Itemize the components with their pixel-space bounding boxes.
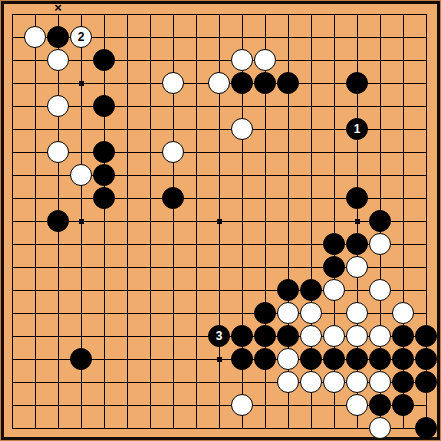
board-cell[interactable] [392, 164, 415, 187]
board-cell[interactable] [346, 279, 369, 302]
board-cell[interactable] [185, 95, 208, 118]
board-cell[interactable] [369, 371, 392, 394]
board-cell[interactable] [93, 95, 116, 118]
board-cell[interactable] [70, 141, 93, 164]
board-cell[interactable] [323, 325, 346, 348]
board-cell[interactable] [47, 302, 70, 325]
board-cell[interactable] [369, 348, 392, 371]
board-cell[interactable] [185, 164, 208, 187]
board-cell[interactable] [323, 394, 346, 417]
board-cell[interactable] [185, 256, 208, 279]
board-cell[interactable] [277, 371, 300, 394]
board-cell[interactable] [93, 348, 116, 371]
board-cell[interactable] [300, 141, 323, 164]
board-cell[interactable] [24, 187, 47, 210]
board-cell[interactable] [346, 26, 369, 49]
board-cell[interactable] [24, 95, 47, 118]
board-cell[interactable] [277, 95, 300, 118]
board-cell[interactable] [24, 325, 47, 348]
board-cell[interactable] [93, 49, 116, 72]
board-cell[interactable] [93, 394, 116, 417]
board-cell[interactable] [93, 417, 116, 440]
board-cell[interactable] [1, 279, 24, 302]
board-cell[interactable] [208, 72, 231, 95]
board-cell[interactable] [277, 164, 300, 187]
board-cell[interactable] [392, 256, 415, 279]
board-cell[interactable] [208, 256, 231, 279]
board-cell[interactable] [93, 187, 116, 210]
board-cell[interactable] [300, 371, 323, 394]
board-cell[interactable] [47, 95, 70, 118]
board-cell[interactable] [254, 256, 277, 279]
board-cell[interactable] [116, 302, 139, 325]
board-cell[interactable] [162, 371, 185, 394]
board-cell[interactable] [116, 279, 139, 302]
board-cell[interactable] [300, 302, 323, 325]
board-cell[interactable] [1, 3, 24, 26]
board-cell[interactable] [139, 302, 162, 325]
board-cell[interactable] [346, 210, 369, 233]
board-cell[interactable] [162, 417, 185, 440]
board-cell[interactable] [277, 348, 300, 371]
board-cell[interactable] [392, 141, 415, 164]
board-cell[interactable] [93, 325, 116, 348]
board-cell[interactable] [162, 49, 185, 72]
board-cell[interactable] [208, 371, 231, 394]
board-cell[interactable] [208, 187, 231, 210]
board-cell[interactable] [254, 95, 277, 118]
board-cell[interactable] [369, 118, 392, 141]
board-cell[interactable] [47, 371, 70, 394]
board-cell[interactable] [392, 279, 415, 302]
board-cell[interactable] [116, 187, 139, 210]
board-cell[interactable]: 2 [70, 26, 93, 49]
board-cell[interactable] [70, 302, 93, 325]
board-cell[interactable] [116, 72, 139, 95]
board-cell[interactable] [93, 233, 116, 256]
board-cell[interactable] [323, 348, 346, 371]
board-cell[interactable] [139, 348, 162, 371]
board-cell[interactable] [116, 394, 139, 417]
board-cell[interactable] [70, 256, 93, 279]
board-cell[interactable] [208, 141, 231, 164]
board-cell[interactable] [415, 141, 438, 164]
board-cell[interactable] [369, 394, 392, 417]
board-cell[interactable] [1, 72, 24, 95]
board-cell[interactable] [415, 118, 438, 141]
board-cell[interactable] [254, 371, 277, 394]
board-cell[interactable] [323, 141, 346, 164]
board-cell[interactable] [392, 233, 415, 256]
board-cell[interactable] [415, 49, 438, 72]
board-cell[interactable] [277, 187, 300, 210]
board-cell[interactable] [93, 72, 116, 95]
board-cell[interactable] [1, 141, 24, 164]
board-cell[interactable] [1, 118, 24, 141]
board-cell[interactable] [300, 118, 323, 141]
board-cell[interactable] [47, 233, 70, 256]
board-cell[interactable] [231, 279, 254, 302]
board-cell[interactable] [70, 371, 93, 394]
board-cell[interactable] [392, 417, 415, 440]
board-cell[interactable] [139, 49, 162, 72]
board-cell[interactable] [392, 49, 415, 72]
board-cell[interactable] [392, 187, 415, 210]
board-cell[interactable] [70, 233, 93, 256]
board-cell[interactable] [369, 3, 392, 26]
board-cell[interactable] [116, 417, 139, 440]
board-cell[interactable] [162, 141, 185, 164]
board-cell[interactable] [254, 325, 277, 348]
board-cell[interactable] [277, 118, 300, 141]
board-cell[interactable] [254, 3, 277, 26]
board-cell[interactable] [300, 49, 323, 72]
board-cell[interactable] [323, 95, 346, 118]
board-cell[interactable] [24, 164, 47, 187]
board-cell[interactable] [185, 394, 208, 417]
board-cell[interactable] [415, 325, 438, 348]
board-cell[interactable] [70, 118, 93, 141]
board-cell[interactable] [70, 279, 93, 302]
board-cell[interactable] [24, 3, 47, 26]
board-cell[interactable] [185, 325, 208, 348]
board-cell[interactable] [231, 302, 254, 325]
board-cell[interactable] [369, 325, 392, 348]
board-cell[interactable] [24, 279, 47, 302]
board-cell[interactable] [93, 141, 116, 164]
board-cell[interactable] [231, 256, 254, 279]
board-cell[interactable] [139, 95, 162, 118]
board-cell[interactable] [139, 417, 162, 440]
board-cell[interactable] [139, 325, 162, 348]
board-cell[interactable] [93, 302, 116, 325]
board-cell[interactable] [139, 279, 162, 302]
board-cell[interactable] [254, 302, 277, 325]
board-cell[interactable] [93, 3, 116, 26]
board-cell[interactable] [116, 233, 139, 256]
board-cell[interactable] [116, 49, 139, 72]
board-cell[interactable] [300, 256, 323, 279]
board-cell[interactable] [185, 141, 208, 164]
board-cell[interactable] [277, 233, 300, 256]
board-cell[interactable] [300, 279, 323, 302]
board-cell[interactable] [231, 210, 254, 233]
board-cell[interactable] [346, 141, 369, 164]
board-cell[interactable] [415, 95, 438, 118]
board-cell[interactable] [346, 302, 369, 325]
board-cell[interactable] [24, 417, 47, 440]
board-cell[interactable] [254, 118, 277, 141]
board-cell[interactable] [277, 210, 300, 233]
board-cell[interactable] [70, 72, 93, 95]
board-cell[interactable] [47, 256, 70, 279]
board-cell[interactable] [254, 348, 277, 371]
board-cell[interactable] [208, 49, 231, 72]
board-cell[interactable] [208, 95, 231, 118]
board-cell[interactable] [300, 164, 323, 187]
board-cell[interactable] [323, 187, 346, 210]
board-cell[interactable] [1, 371, 24, 394]
board-cell[interactable] [208, 118, 231, 141]
board-cell[interactable] [162, 95, 185, 118]
board-cell[interactable] [323, 3, 346, 26]
board-cell[interactable] [139, 210, 162, 233]
board-cell[interactable] [415, 210, 438, 233]
board-cell[interactable] [346, 371, 369, 394]
board-cell[interactable] [116, 256, 139, 279]
board-cell[interactable] [162, 118, 185, 141]
board-cell[interactable] [300, 72, 323, 95]
board-cell[interactable] [185, 233, 208, 256]
board-cell[interactable] [185, 302, 208, 325]
board-cell[interactable] [208, 302, 231, 325]
board-cell[interactable] [162, 3, 185, 26]
board-cell[interactable] [277, 302, 300, 325]
board-cell[interactable] [70, 417, 93, 440]
board-cell[interactable] [323, 417, 346, 440]
board-cell[interactable] [162, 325, 185, 348]
board-cell[interactable] [323, 302, 346, 325]
board-cell[interactable] [231, 3, 254, 26]
board-cell[interactable] [70, 49, 93, 72]
board-cell[interactable] [300, 394, 323, 417]
board-cell[interactable] [1, 394, 24, 417]
board-cell[interactable] [415, 394, 438, 417]
board-cell[interactable] [47, 210, 70, 233]
board-cell[interactable] [323, 164, 346, 187]
board-cell[interactable] [392, 210, 415, 233]
board-cell[interactable] [1, 164, 24, 187]
board-cell[interactable] [162, 26, 185, 49]
board-cell[interactable] [24, 233, 47, 256]
board-cell[interactable] [277, 72, 300, 95]
board-cell[interactable] [369, 302, 392, 325]
board-cell[interactable] [369, 72, 392, 95]
board-cell[interactable] [47, 417, 70, 440]
board-cell[interactable] [47, 3, 70, 26]
board-cell[interactable] [254, 187, 277, 210]
board-cell[interactable] [185, 279, 208, 302]
board-cell[interactable] [231, 233, 254, 256]
board-cell[interactable] [208, 348, 231, 371]
board-cell[interactable] [369, 210, 392, 233]
board-cell[interactable] [93, 256, 116, 279]
board-cell[interactable] [415, 279, 438, 302]
board-cell[interactable] [277, 26, 300, 49]
board-cell[interactable] [139, 72, 162, 95]
board-cell[interactable] [208, 3, 231, 26]
board-cell[interactable] [323, 72, 346, 95]
board-cell[interactable] [254, 26, 277, 49]
board-cell[interactable] [415, 371, 438, 394]
board-cell[interactable] [47, 164, 70, 187]
board-cell[interactable] [139, 256, 162, 279]
board-cell[interactable] [231, 348, 254, 371]
board-cell[interactable] [231, 325, 254, 348]
board-cell[interactable] [70, 210, 93, 233]
board-cell[interactable] [1, 49, 24, 72]
board-cell[interactable] [346, 325, 369, 348]
board-cell[interactable] [47, 72, 70, 95]
board-cell[interactable] [24, 302, 47, 325]
board-cell[interactable] [231, 49, 254, 72]
board-cell[interactable] [139, 141, 162, 164]
board-cell[interactable] [185, 210, 208, 233]
board-cell[interactable] [24, 26, 47, 49]
board-cell[interactable] [185, 187, 208, 210]
board-cell[interactable] [369, 26, 392, 49]
board-cell[interactable] [47, 187, 70, 210]
board-cell[interactable] [1, 417, 24, 440]
board-cell[interactable] [369, 279, 392, 302]
board-cell[interactable] [346, 233, 369, 256]
board-cell[interactable] [116, 26, 139, 49]
board-cell[interactable] [139, 164, 162, 187]
board-cell[interactable] [323, 26, 346, 49]
board-cell[interactable] [185, 118, 208, 141]
board-cell[interactable] [93, 371, 116, 394]
board-cell[interactable] [47, 325, 70, 348]
board-cell[interactable] [162, 164, 185, 187]
board-cell[interactable] [231, 187, 254, 210]
board-cell[interactable] [185, 72, 208, 95]
board-cell[interactable] [254, 141, 277, 164]
board-cell[interactable] [116, 164, 139, 187]
board-cell[interactable] [70, 325, 93, 348]
board-cell[interactable] [277, 325, 300, 348]
board-cell[interactable] [277, 394, 300, 417]
board-cell[interactable] [300, 3, 323, 26]
board-cell[interactable] [231, 72, 254, 95]
board-cell[interactable] [415, 348, 438, 371]
board-cell[interactable] [300, 210, 323, 233]
board-cell[interactable] [231, 26, 254, 49]
board-cell[interactable] [24, 210, 47, 233]
board-cell[interactable] [323, 49, 346, 72]
board-cell[interactable] [70, 164, 93, 187]
board-cell[interactable] [323, 233, 346, 256]
board-cell[interactable] [93, 279, 116, 302]
board-cell[interactable] [277, 279, 300, 302]
board-cell[interactable] [415, 164, 438, 187]
board-cell[interactable] [208, 417, 231, 440]
board-cell[interactable] [24, 256, 47, 279]
board-cell[interactable] [277, 417, 300, 440]
board-cell[interactable] [254, 279, 277, 302]
board-cell[interactable] [47, 141, 70, 164]
board-cell[interactable] [415, 26, 438, 49]
board-cell[interactable] [254, 233, 277, 256]
board-cell[interactable] [185, 3, 208, 26]
board-cell[interactable] [369, 256, 392, 279]
board-cell[interactable] [369, 417, 392, 440]
board-cell[interactable] [346, 49, 369, 72]
board-cell[interactable] [369, 141, 392, 164]
board-cell[interactable] [1, 233, 24, 256]
board-cell[interactable] [24, 72, 47, 95]
board-cell[interactable] [1, 26, 24, 49]
board-cell[interactable] [392, 95, 415, 118]
board-cell[interactable] [254, 72, 277, 95]
board-cell[interactable] [162, 279, 185, 302]
board-cell[interactable] [231, 95, 254, 118]
board-cell[interactable] [415, 256, 438, 279]
board-cell[interactable] [139, 26, 162, 49]
board-cell[interactable] [369, 233, 392, 256]
board-cell[interactable] [346, 164, 369, 187]
board-cell[interactable] [346, 256, 369, 279]
board-cell[interactable] [47, 394, 70, 417]
board-cell[interactable] [208, 279, 231, 302]
board-cell[interactable] [208, 164, 231, 187]
board-cell[interactable] [231, 141, 254, 164]
board-cell[interactable] [254, 164, 277, 187]
board-cell[interactable] [1, 348, 24, 371]
board-cell[interactable] [231, 394, 254, 417]
board-cell[interactable]: 3 [208, 325, 231, 348]
board-cell[interactable] [24, 118, 47, 141]
board-cell[interactable] [231, 417, 254, 440]
board-cell[interactable] [93, 210, 116, 233]
board-cell[interactable] [139, 118, 162, 141]
board-cell[interactable] [392, 302, 415, 325]
board-cell[interactable] [162, 348, 185, 371]
board-cell[interactable] [415, 3, 438, 26]
board-cell[interactable] [139, 3, 162, 26]
board-cell[interactable] [116, 118, 139, 141]
board-cell[interactable] [277, 256, 300, 279]
board-cell[interactable] [1, 256, 24, 279]
board-cell[interactable] [346, 72, 369, 95]
board-cell[interactable] [70, 3, 93, 26]
board-cell[interactable] [162, 302, 185, 325]
board-cell[interactable] [70, 95, 93, 118]
board-cell[interactable] [323, 371, 346, 394]
board-cell[interactable] [346, 187, 369, 210]
board-cell[interactable] [231, 164, 254, 187]
board-cell[interactable] [116, 141, 139, 164]
board-cell[interactable] [47, 118, 70, 141]
board-cell[interactable] [1, 302, 24, 325]
board-cell[interactable] [300, 187, 323, 210]
board-cell[interactable] [24, 348, 47, 371]
board-cell[interactable] [300, 26, 323, 49]
board-cell[interactable] [185, 348, 208, 371]
board-cell[interactable] [415, 72, 438, 95]
board-cell[interactable] [231, 371, 254, 394]
board-cell[interactable] [392, 118, 415, 141]
board-cell[interactable] [392, 72, 415, 95]
board-cell[interactable] [369, 49, 392, 72]
board-cell[interactable] [323, 118, 346, 141]
board-cell[interactable] [208, 233, 231, 256]
board-cell[interactable] [162, 256, 185, 279]
board-cell[interactable] [254, 394, 277, 417]
board-cell[interactable] [346, 95, 369, 118]
board-cell[interactable] [116, 3, 139, 26]
board-cell[interactable] [1, 187, 24, 210]
board-cell[interactable] [323, 210, 346, 233]
board-cell[interactable] [139, 371, 162, 394]
board-cell[interactable] [323, 256, 346, 279]
board-cell[interactable] [47, 49, 70, 72]
board-cell[interactable] [392, 325, 415, 348]
board-cell[interactable] [300, 233, 323, 256]
board-cell[interactable] [254, 210, 277, 233]
board-cell[interactable] [70, 394, 93, 417]
board-cell[interactable] [116, 371, 139, 394]
board-cell[interactable] [24, 141, 47, 164]
